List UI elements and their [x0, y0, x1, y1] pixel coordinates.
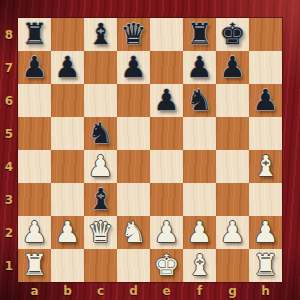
- file-label-h: h: [249, 282, 282, 300]
- black-knight-c5[interactable]: ♞: [88, 117, 114, 150]
- square-b8[interactable]: [51, 18, 84, 51]
- square-a3[interactable]: [18, 183, 51, 216]
- black-rook-a8[interactable]: ♜: [22, 18, 48, 51]
- white-pawn-h2[interactable]: ♟: [253, 216, 279, 249]
- black-pawn-e6[interactable]: ♟: [154, 84, 180, 117]
- file-label-b: b: [51, 282, 84, 300]
- rank-label-6: 6: [0, 84, 18, 117]
- square-h8[interactable]: [249, 18, 282, 51]
- square-c4[interactable]: ♟: [84, 150, 117, 183]
- square-b4[interactable]: [51, 150, 84, 183]
- square-a5[interactable]: [18, 117, 51, 150]
- square-g6[interactable]: [216, 84, 249, 117]
- file-label-a: a: [18, 282, 51, 300]
- square-h2[interactable]: ♟: [249, 216, 282, 249]
- square-f1[interactable]: ♝: [183, 249, 216, 282]
- square-e4[interactable]: [150, 150, 183, 183]
- black-queen-d8[interactable]: ♛: [121, 18, 147, 51]
- square-h7[interactable]: [249, 51, 282, 84]
- square-a2[interactable]: ♟: [18, 216, 51, 249]
- square-f7[interactable]: ♟: [183, 51, 216, 84]
- square-a1[interactable]: ♜: [18, 249, 51, 282]
- white-bishop-f1[interactable]: ♝: [187, 249, 213, 282]
- square-c6[interactable]: [84, 84, 117, 117]
- white-knight-d2[interactable]: ♞: [121, 216, 147, 249]
- white-pawn-b2[interactable]: ♟: [55, 216, 81, 249]
- chess-board: ♜♝♛♜♚♟♟♟♟♟♟♞♟♞♟♝♝♟♟♛♞♟♟♟♟♜♚♝♜: [18, 18, 282, 282]
- square-h3[interactable]: [249, 183, 282, 216]
- square-e5[interactable]: [150, 117, 183, 150]
- square-c2[interactable]: ♛: [84, 216, 117, 249]
- square-f8[interactable]: ♜: [183, 18, 216, 51]
- square-h1[interactable]: ♜: [249, 249, 282, 282]
- black-pawn-d7[interactable]: ♟: [121, 51, 147, 84]
- square-b2[interactable]: ♟: [51, 216, 84, 249]
- file-label-f: f: [183, 282, 216, 300]
- square-c8[interactable]: ♝: [84, 18, 117, 51]
- white-pawn-f2[interactable]: ♟: [187, 216, 213, 249]
- square-g5[interactable]: [216, 117, 249, 150]
- square-d4[interactable]: [117, 150, 150, 183]
- black-pawn-g7[interactable]: ♟: [220, 51, 246, 84]
- rank-label-2: 2: [0, 216, 18, 249]
- rank-label-3: 3: [0, 183, 18, 216]
- square-f5[interactable]: [183, 117, 216, 150]
- square-e3[interactable]: [150, 183, 183, 216]
- square-b7[interactable]: ♟: [51, 51, 84, 84]
- rank-labels: 87654321: [0, 18, 18, 282]
- square-d3[interactable]: [117, 183, 150, 216]
- black-rook-f8[interactable]: ♜: [187, 18, 213, 51]
- square-e6[interactable]: ♟: [150, 84, 183, 117]
- black-king-g8[interactable]: ♚: [220, 18, 246, 51]
- square-h5[interactable]: [249, 117, 282, 150]
- square-c5[interactable]: ♞: [84, 117, 117, 150]
- square-g8[interactable]: ♚: [216, 18, 249, 51]
- square-c1[interactable]: [84, 249, 117, 282]
- rank-label-8: 8: [0, 18, 18, 51]
- white-king-e1[interactable]: ♚: [154, 249, 180, 282]
- file-label-e: e: [150, 282, 183, 300]
- square-a7[interactable]: ♟: [18, 51, 51, 84]
- square-g1[interactable]: [216, 249, 249, 282]
- rank-label-7: 7: [0, 51, 18, 84]
- square-d1[interactable]: [117, 249, 150, 282]
- file-label-d: d: [117, 282, 150, 300]
- square-g3[interactable]: [216, 183, 249, 216]
- square-c3[interactable]: ♝: [84, 183, 117, 216]
- black-pawn-b7[interactable]: ♟: [55, 51, 81, 84]
- square-d6[interactable]: [117, 84, 150, 117]
- white-pawn-a2[interactable]: ♟: [22, 216, 48, 249]
- square-b5[interactable]: [51, 117, 84, 150]
- square-e1[interactable]: ♚: [150, 249, 183, 282]
- black-pawn-f7[interactable]: ♟: [187, 51, 213, 84]
- white-rook-a1[interactable]: ♜: [22, 249, 48, 282]
- white-bishop-h4[interactable]: ♝: [253, 150, 279, 183]
- file-label-g: g: [216, 282, 249, 300]
- square-e2[interactable]: ♟: [150, 216, 183, 249]
- square-h6[interactable]: ♟: [249, 84, 282, 117]
- square-g7[interactable]: ♟: [216, 51, 249, 84]
- white-pawn-c4[interactable]: ♟: [88, 150, 114, 183]
- white-rook-h1[interactable]: ♜: [253, 249, 279, 282]
- square-a6[interactable]: [18, 84, 51, 117]
- square-f2[interactable]: ♟: [183, 216, 216, 249]
- square-a8[interactable]: ♜: [18, 18, 51, 51]
- square-e8[interactable]: [150, 18, 183, 51]
- square-f6[interactable]: ♞: [183, 84, 216, 117]
- square-c7[interactable]: [84, 51, 117, 84]
- square-d8[interactable]: ♛: [117, 18, 150, 51]
- chess-board-diagram: 87654321 ♜♝♛♜♚♟♟♟♟♟♟♞♟♞♟♝♝♟♟♛♞♟♟♟♟♜♚♝♜ a…: [0, 0, 300, 300]
- square-f3[interactable]: [183, 183, 216, 216]
- square-b3[interactable]: [51, 183, 84, 216]
- file-labels: abcdefgh: [18, 282, 282, 300]
- square-f4[interactable]: [183, 150, 216, 183]
- square-g2[interactable]: ♟: [216, 216, 249, 249]
- black-pawn-h6[interactable]: ♟: [253, 84, 279, 117]
- rank-label-4: 4: [0, 150, 18, 183]
- square-a4[interactable]: [18, 150, 51, 183]
- file-label-c: c: [84, 282, 117, 300]
- square-h4[interactable]: ♝: [249, 150, 282, 183]
- square-d2[interactable]: ♞: [117, 216, 150, 249]
- rank-label-1: 1: [0, 249, 18, 282]
- square-b1[interactable]: [51, 249, 84, 282]
- black-pawn-a7[interactable]: ♟: [22, 51, 48, 84]
- black-bishop-c3[interactable]: ♝: [88, 183, 114, 216]
- white-pawn-g2[interactable]: ♟: [220, 216, 246, 249]
- square-e7[interactable]: [150, 51, 183, 84]
- square-b6[interactable]: [51, 84, 84, 117]
- square-d5[interactable]: [117, 117, 150, 150]
- rank-label-5: 5: [0, 117, 18, 150]
- square-d7[interactable]: ♟: [117, 51, 150, 84]
- black-bishop-c8[interactable]: ♝: [88, 18, 114, 51]
- white-pawn-e2[interactable]: ♟: [154, 216, 180, 249]
- white-queen-c2[interactable]: ♛: [88, 216, 114, 249]
- square-g4[interactable]: [216, 150, 249, 183]
- black-knight-f6[interactable]: ♞: [187, 84, 213, 117]
